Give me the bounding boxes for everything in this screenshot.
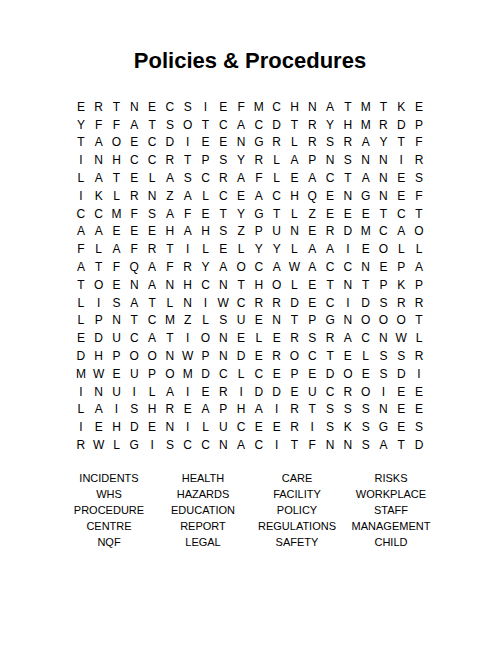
grid-cell[interactable]: O bbox=[392, 312, 410, 330]
grid-cell[interactable]: T bbox=[410, 205, 428, 223]
grid-cell[interactable]: D bbox=[339, 223, 357, 241]
grid-cell[interactable]: E bbox=[214, 134, 232, 152]
grid-cell[interactable]: A bbox=[125, 116, 143, 134]
grid-cell[interactable]: S bbox=[357, 401, 375, 419]
grid-cell[interactable]: T bbox=[392, 436, 410, 454]
grid-cell[interactable]: S bbox=[339, 401, 357, 419]
grid-cell[interactable]: S bbox=[108, 294, 126, 312]
grid-cell[interactable]: I bbox=[339, 294, 357, 312]
grid-cell[interactable]: N bbox=[339, 312, 357, 330]
grid-cell[interactable]: E bbox=[197, 383, 215, 401]
grid-cell[interactable]: Y bbox=[321, 116, 339, 134]
grid-cell[interactable]: E bbox=[392, 383, 410, 401]
grid-cell[interactable]: K bbox=[339, 418, 357, 436]
grid-cell[interactable]: C bbox=[179, 436, 197, 454]
grid-cell[interactable]: E bbox=[303, 276, 321, 294]
grid-cell[interactable]: C bbox=[321, 383, 339, 401]
grid-cell[interactable]: T bbox=[143, 116, 161, 134]
grid-cell[interactable]: O bbox=[357, 383, 375, 401]
grid-cell[interactable]: Y bbox=[250, 240, 268, 258]
grid-cell[interactable]: N bbox=[161, 418, 179, 436]
grid-cell[interactable]: C bbox=[125, 151, 143, 169]
grid-cell[interactable]: E bbox=[392, 401, 410, 419]
grid-cell[interactable]: N bbox=[375, 151, 393, 169]
grid-cell[interactable]: C bbox=[143, 151, 161, 169]
grid-cell[interactable]: E bbox=[268, 365, 286, 383]
grid-cell[interactable]: L bbox=[232, 365, 250, 383]
grid-cell[interactable]: L bbox=[197, 240, 215, 258]
grid-cell[interactable]: Y bbox=[232, 205, 250, 223]
grid-cell[interactable]: S bbox=[375, 365, 393, 383]
grid-cell[interactable]: T bbox=[375, 205, 393, 223]
grid-cell[interactable]: L bbox=[286, 205, 304, 223]
grid-cell[interactable]: E bbox=[303, 365, 321, 383]
grid-cell[interactable]: Y bbox=[197, 258, 215, 276]
grid-cell[interactable]: M bbox=[357, 116, 375, 134]
grid-cell[interactable]: A bbox=[90, 223, 108, 241]
grid-cell[interactable]: A bbox=[303, 169, 321, 187]
grid-cell[interactable]: E bbox=[339, 205, 357, 223]
grid-cell[interactable]: L bbox=[232, 240, 250, 258]
grid-cell[interactable]: C bbox=[268, 98, 286, 116]
grid-cell[interactable]: F bbox=[410, 187, 428, 205]
grid-cell[interactable]: L bbox=[143, 169, 161, 187]
grid-cell[interactable]: M bbox=[250, 98, 268, 116]
grid-cell[interactable]: F bbox=[303, 436, 321, 454]
grid-cell[interactable]: R bbox=[339, 383, 357, 401]
grid-cell[interactable]: T bbox=[125, 312, 143, 330]
grid-cell[interactable]: R bbox=[286, 418, 304, 436]
grid-cell[interactable]: Z bbox=[179, 312, 197, 330]
grid-cell[interactable]: A bbox=[250, 187, 268, 205]
grid-cell[interactable]: A bbox=[90, 401, 108, 419]
grid-cell[interactable]: T bbox=[392, 134, 410, 152]
grid-cell[interactable]: P bbox=[250, 223, 268, 241]
grid-cell[interactable]: L bbox=[197, 312, 215, 330]
grid-cell[interactable]: F bbox=[108, 258, 126, 276]
grid-cell[interactable]: E bbox=[250, 418, 268, 436]
grid-cell[interactable]: S bbox=[321, 418, 339, 436]
grid-cell[interactable]: R bbox=[90, 98, 108, 116]
grid-cell[interactable]: S bbox=[339, 151, 357, 169]
grid-cell[interactable]: C bbox=[321, 258, 339, 276]
grid-cell[interactable]: S bbox=[321, 401, 339, 419]
grid-cell[interactable]: R bbox=[143, 240, 161, 258]
grid-cell[interactable]: T bbox=[72, 134, 90, 152]
grid-cell[interactable]: A bbox=[161, 205, 179, 223]
grid-cell[interactable]: Q bbox=[303, 187, 321, 205]
grid-cell[interactable]: A bbox=[197, 401, 215, 419]
grid-cell[interactable]: D bbox=[161, 134, 179, 152]
grid-cell[interactable]: N bbox=[161, 347, 179, 365]
grid-cell[interactable]: E bbox=[143, 418, 161, 436]
grid-cell[interactable]: H bbox=[179, 276, 197, 294]
grid-cell[interactable]: E bbox=[108, 365, 126, 383]
grid-cell[interactable]: P bbox=[410, 116, 428, 134]
grid-cell[interactable]: O bbox=[108, 134, 126, 152]
grid-cell[interactable]: O bbox=[125, 347, 143, 365]
grid-cell[interactable]: E bbox=[143, 223, 161, 241]
grid-cell[interactable]: Z bbox=[303, 205, 321, 223]
grid-cell[interactable]: L bbox=[72, 312, 90, 330]
grid-cell[interactable]: D bbox=[392, 365, 410, 383]
grid-cell[interactable]: O bbox=[410, 223, 428, 241]
grid-cell[interactable]: N bbox=[214, 329, 232, 347]
grid-cell[interactable]: T bbox=[72, 276, 90, 294]
grid-cell[interactable]: T bbox=[410, 312, 428, 330]
grid-cell[interactable]: A bbox=[357, 134, 375, 152]
grid-cell[interactable]: D bbox=[125, 418, 143, 436]
grid-cell[interactable]: A bbox=[72, 258, 90, 276]
grid-cell[interactable]: T bbox=[339, 98, 357, 116]
grid-cell[interactable]: A bbox=[161, 169, 179, 187]
grid-cell[interactable]: L bbox=[143, 383, 161, 401]
grid-cell[interactable]: R bbox=[410, 151, 428, 169]
grid-cell[interactable]: R bbox=[321, 329, 339, 347]
grid-cell[interactable]: O bbox=[268, 276, 286, 294]
grid-cell[interactable]: A bbox=[339, 329, 357, 347]
grid-cell[interactable]: R bbox=[250, 151, 268, 169]
grid-cell[interactable]: O bbox=[143, 347, 161, 365]
grid-cell[interactable]: L bbox=[72, 294, 90, 312]
grid-cell[interactable]: D bbox=[286, 294, 304, 312]
grid-cell[interactable]: D bbox=[232, 347, 250, 365]
grid-cell[interactable]: S bbox=[143, 205, 161, 223]
grid-cell[interactable]: P bbox=[410, 276, 428, 294]
grid-cell[interactable]: I bbox=[90, 294, 108, 312]
grid-cell[interactable]: N bbox=[125, 98, 143, 116]
grid-cell[interactable]: O bbox=[375, 240, 393, 258]
grid-cell[interactable]: P bbox=[303, 312, 321, 330]
grid-cell[interactable]: S bbox=[125, 401, 143, 419]
grid-cell[interactable]: N bbox=[339, 436, 357, 454]
grid-cell[interactable]: N bbox=[179, 294, 197, 312]
grid-cell[interactable]: U bbox=[214, 418, 232, 436]
grid-cell[interactable]: C bbox=[214, 187, 232, 205]
grid-cell[interactable]: E bbox=[250, 312, 268, 330]
grid-cell[interactable]: D bbox=[250, 383, 268, 401]
grid-cell[interactable]: N bbox=[375, 169, 393, 187]
grid-cell[interactable]: E bbox=[143, 98, 161, 116]
grid-cell[interactable]: E bbox=[321, 205, 339, 223]
grid-cell[interactable]: R bbox=[339, 134, 357, 152]
grid-cell[interactable]: E bbox=[125, 134, 143, 152]
grid-cell[interactable]: W bbox=[90, 436, 108, 454]
grid-cell[interactable]: I bbox=[143, 436, 161, 454]
grid-cell[interactable]: C bbox=[375, 223, 393, 241]
grid-cell[interactable]: P bbox=[108, 347, 126, 365]
grid-cell[interactable]: A bbox=[375, 436, 393, 454]
grid-cell[interactable]: Z bbox=[232, 223, 250, 241]
grid-cell[interactable]: Y bbox=[268, 240, 286, 258]
grid-cell[interactable]: P bbox=[197, 347, 215, 365]
grid-cell[interactable]: A bbox=[286, 151, 304, 169]
grid-cell[interactable]: S bbox=[179, 169, 197, 187]
grid-cell[interactable]: K bbox=[392, 98, 410, 116]
grid-cell[interactable]: A bbox=[321, 240, 339, 258]
grid-cell[interactable]: F bbox=[410, 134, 428, 152]
grid-cell[interactable]: T bbox=[197, 116, 215, 134]
grid-cell[interactable]: A bbox=[232, 169, 250, 187]
grid-cell[interactable]: L bbox=[286, 276, 304, 294]
grid-cell[interactable]: E bbox=[392, 187, 410, 205]
grid-cell[interactable]: I bbox=[375, 383, 393, 401]
grid-cell[interactable]: T bbox=[375, 98, 393, 116]
grid-cell[interactable]: C bbox=[250, 258, 268, 276]
grid-cell[interactable]: S bbox=[214, 223, 232, 241]
grid-cell[interactable]: O bbox=[357, 312, 375, 330]
grid-cell[interactable]: T bbox=[339, 169, 357, 187]
grid-cell[interactable]: N bbox=[339, 187, 357, 205]
grid-cell[interactable]: Y bbox=[72, 116, 90, 134]
grid-cell[interactable]: C bbox=[161, 98, 179, 116]
grid-cell[interactable]: P bbox=[286, 365, 304, 383]
grid-cell[interactable]: N bbox=[90, 383, 108, 401]
grid-cell[interactable]: P bbox=[375, 276, 393, 294]
grid-cell[interactable]: N bbox=[303, 98, 321, 116]
grid-cell[interactable]: F bbox=[125, 240, 143, 258]
grid-cell[interactable]: E bbox=[179, 401, 197, 419]
grid-cell[interactable]: P bbox=[197, 151, 215, 169]
grid-cell[interactable]: O bbox=[339, 365, 357, 383]
grid-cell[interactable]: A bbox=[108, 240, 126, 258]
grid-cell[interactable]: R bbox=[410, 347, 428, 365]
grid-cell[interactable]: L bbox=[161, 294, 179, 312]
grid-cell[interactable]: C bbox=[197, 436, 215, 454]
grid-cell[interactable]: T bbox=[286, 312, 304, 330]
grid-cell[interactable]: U bbox=[268, 223, 286, 241]
grid-cell[interactable]: N bbox=[161, 276, 179, 294]
grid-cell[interactable]: S bbox=[375, 294, 393, 312]
grid-cell[interactable]: A bbox=[232, 436, 250, 454]
grid-cell[interactable]: N bbox=[232, 134, 250, 152]
grid-cell[interactable]: W bbox=[90, 365, 108, 383]
grid-cell[interactable]: E bbox=[268, 418, 286, 436]
grid-cell[interactable]: A bbox=[268, 258, 286, 276]
grid-cell[interactable]: F bbox=[179, 205, 197, 223]
grid-cell[interactable]: T bbox=[90, 258, 108, 276]
grid-cell[interactable]: N bbox=[375, 329, 393, 347]
grid-cell[interactable]: G bbox=[321, 312, 339, 330]
grid-cell[interactable]: R bbox=[161, 151, 179, 169]
grid-cell[interactable]: N bbox=[375, 187, 393, 205]
grid-cell[interactable]: E bbox=[286, 169, 304, 187]
grid-cell[interactable]: I bbox=[125, 383, 143, 401]
grid-cell[interactable]: A bbox=[179, 187, 197, 205]
grid-cell[interactable]: M bbox=[108, 205, 126, 223]
grid-cell[interactable]: R bbox=[375, 116, 393, 134]
grid-cell[interactable]: S bbox=[214, 151, 232, 169]
grid-cell[interactable]: N bbox=[375, 401, 393, 419]
grid-cell[interactable]: I bbox=[108, 401, 126, 419]
grid-cell[interactable]: I bbox=[303, 418, 321, 436]
grid-cell[interactable]: E bbox=[410, 383, 428, 401]
grid-cell[interactable]: N bbox=[321, 436, 339, 454]
grid-cell[interactable]: I bbox=[197, 98, 215, 116]
grid-cell[interactable]: H bbox=[286, 187, 304, 205]
grid-cell[interactable]: G bbox=[375, 418, 393, 436]
grid-cell[interactable]: I bbox=[339, 240, 357, 258]
grid-cell[interactable]: K bbox=[392, 276, 410, 294]
grid-cell[interactable]: E bbox=[357, 205, 375, 223]
grid-cell[interactable]: D bbox=[357, 294, 375, 312]
grid-cell[interactable]: G bbox=[357, 187, 375, 205]
grid-cell[interactable]: L bbox=[286, 240, 304, 258]
grid-cell[interactable]: C bbox=[250, 436, 268, 454]
grid-cell[interactable]: N bbox=[321, 151, 339, 169]
grid-cell[interactable]: Q bbox=[125, 258, 143, 276]
grid-cell[interactable]: R bbox=[392, 294, 410, 312]
grid-cell[interactable]: H bbox=[161, 223, 179, 241]
grid-cell[interactable]: E bbox=[321, 187, 339, 205]
grid-cell[interactable]: T bbox=[286, 116, 304, 134]
grid-cell[interactable]: L bbox=[286, 134, 304, 152]
grid-cell[interactable]: H bbox=[286, 98, 304, 116]
grid-cell[interactable]: F bbox=[108, 116, 126, 134]
grid-cell[interactable]: A bbox=[232, 116, 250, 134]
grid-cell[interactable]: E bbox=[108, 223, 126, 241]
grid-cell[interactable]: W bbox=[179, 347, 197, 365]
grid-cell[interactable]: M bbox=[357, 223, 375, 241]
grid-cell[interactable]: O bbox=[232, 258, 250, 276]
grid-cell[interactable]: E bbox=[90, 418, 108, 436]
grid-cell[interactable]: L bbox=[72, 401, 90, 419]
grid-cell[interactable]: S bbox=[410, 418, 428, 436]
grid-cell[interactable]: I bbox=[392, 151, 410, 169]
grid-cell[interactable]: O bbox=[90, 276, 108, 294]
grid-cell[interactable]: S bbox=[392, 347, 410, 365]
grid-cell[interactable]: A bbox=[410, 258, 428, 276]
grid-cell[interactable]: C bbox=[72, 205, 90, 223]
grid-cell[interactable]: A bbox=[214, 258, 232, 276]
grid-cell[interactable]: C bbox=[250, 365, 268, 383]
grid-cell[interactable]: E bbox=[410, 401, 428, 419]
grid-cell[interactable]: A bbox=[90, 169, 108, 187]
grid-cell[interactable]: C bbox=[197, 276, 215, 294]
grid-cell[interactable]: C bbox=[250, 116, 268, 134]
grid-cell[interactable]: E bbox=[197, 134, 215, 152]
grid-cell[interactable]: C bbox=[197, 169, 215, 187]
grid-cell[interactable]: T bbox=[214, 205, 232, 223]
grid-cell[interactable]: U bbox=[303, 383, 321, 401]
grid-cell[interactable]: S bbox=[214, 312, 232, 330]
grid-cell[interactable]: E bbox=[72, 329, 90, 347]
grid-cell[interactable]: I bbox=[179, 134, 197, 152]
grid-cell[interactable]: A bbox=[90, 134, 108, 152]
grid-cell[interactable]: T bbox=[303, 401, 321, 419]
grid-cell[interactable]: L bbox=[268, 169, 286, 187]
grid-cell[interactable]: N bbox=[268, 312, 286, 330]
grid-cell[interactable]: E bbox=[392, 418, 410, 436]
grid-cell[interactable]: T bbox=[321, 347, 339, 365]
grid-cell[interactable]: I bbox=[179, 329, 197, 347]
grid-cell[interactable]: S bbox=[357, 418, 375, 436]
grid-cell[interactable]: T bbox=[161, 329, 179, 347]
grid-cell[interactable]: S bbox=[179, 98, 197, 116]
grid-cell[interactable]: H bbox=[108, 418, 126, 436]
grid-cell[interactable]: N bbox=[108, 312, 126, 330]
grid-cell[interactable]: H bbox=[197, 223, 215, 241]
grid-cell[interactable]: G bbox=[250, 205, 268, 223]
grid-cell[interactable]: H bbox=[143, 401, 161, 419]
grid-cell[interactable]: R bbox=[214, 169, 232, 187]
grid-cell[interactable]: O bbox=[197, 329, 215, 347]
grid-cell[interactable]: C bbox=[321, 294, 339, 312]
grid-cell[interactable]: P bbox=[90, 312, 108, 330]
grid-cell[interactable]: Z bbox=[161, 187, 179, 205]
grid-cell[interactable]: E bbox=[232, 329, 250, 347]
grid-cell[interactable]: I bbox=[232, 383, 250, 401]
grid-cell[interactable]: C bbox=[303, 347, 321, 365]
grid-cell[interactable]: T bbox=[321, 276, 339, 294]
grid-cell[interactable]: D bbox=[268, 383, 286, 401]
grid-cell[interactable]: P bbox=[392, 258, 410, 276]
grid-cell[interactable]: G bbox=[250, 134, 268, 152]
grid-cell[interactable]: N bbox=[143, 187, 161, 205]
grid-cell[interactable]: H bbox=[232, 401, 250, 419]
grid-cell[interactable]: R bbox=[321, 223, 339, 241]
grid-cell[interactable]: F bbox=[125, 205, 143, 223]
grid-cell[interactable]: S bbox=[161, 436, 179, 454]
grid-cell[interactable]: N bbox=[214, 347, 232, 365]
grid-cell[interactable]: U bbox=[125, 365, 143, 383]
grid-cell[interactable]: E bbox=[303, 294, 321, 312]
grid-cell[interactable]: C bbox=[143, 312, 161, 330]
grid-cell[interactable]: I bbox=[268, 436, 286, 454]
grid-cell[interactable]: R bbox=[286, 401, 304, 419]
grid-cell[interactable]: H bbox=[339, 116, 357, 134]
grid-cell[interactable]: L bbox=[410, 240, 428, 258]
grid-cell[interactable]: R bbox=[161, 401, 179, 419]
grid-cell[interactable]: A bbox=[321, 98, 339, 116]
grid-cell[interactable]: P bbox=[214, 401, 232, 419]
grid-cell[interactable]: G bbox=[125, 436, 143, 454]
grid-cell[interactable]: O bbox=[161, 365, 179, 383]
grid-cell[interactable]: N bbox=[90, 151, 108, 169]
grid-cell[interactable]: T bbox=[232, 276, 250, 294]
grid-cell[interactable]: I bbox=[72, 187, 90, 205]
grid-cell[interactable]: E bbox=[72, 98, 90, 116]
grid-cell[interactable]: M bbox=[161, 312, 179, 330]
grid-cell[interactable]: L bbox=[392, 240, 410, 258]
grid-cell[interactable]: R bbox=[410, 294, 428, 312]
grid-cell[interactable]: T bbox=[268, 205, 286, 223]
grid-cell[interactable]: E bbox=[339, 347, 357, 365]
grid-cell[interactable]: W bbox=[392, 329, 410, 347]
grid-cell[interactable]: A bbox=[125, 294, 143, 312]
grid-cell[interactable]: N bbox=[357, 151, 375, 169]
grid-cell[interactable]: E bbox=[125, 223, 143, 241]
grid-cell[interactable]: C bbox=[321, 169, 339, 187]
grid-cell[interactable]: N bbox=[357, 258, 375, 276]
grid-cell[interactable]: U bbox=[108, 383, 126, 401]
grid-cell[interactable]: T bbox=[179, 151, 197, 169]
grid-cell[interactable]: P bbox=[143, 365, 161, 383]
grid-cell[interactable]: P bbox=[303, 151, 321, 169]
grid-cell[interactable]: L bbox=[357, 347, 375, 365]
grid-cell[interactable]: M bbox=[179, 365, 197, 383]
grid-cell[interactable]: E bbox=[410, 98, 428, 116]
grid-cell[interactable]: D bbox=[197, 365, 215, 383]
grid-cell[interactable]: T bbox=[161, 240, 179, 258]
grid-cell[interactable]: E bbox=[375, 258, 393, 276]
grid-cell[interactable]: I bbox=[72, 383, 90, 401]
grid-cell[interactable]: H bbox=[90, 347, 108, 365]
grid-cell[interactable]: O bbox=[179, 116, 197, 134]
grid-cell[interactable]: F bbox=[250, 169, 268, 187]
grid-cell[interactable]: A bbox=[143, 276, 161, 294]
grid-cell[interactable]: L bbox=[410, 329, 428, 347]
